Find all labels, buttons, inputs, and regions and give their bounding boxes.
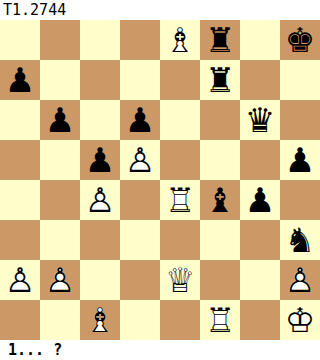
square-a3[interactable] — [0, 220, 40, 260]
square-d7[interactable] — [120, 60, 160, 100]
square-g7[interactable] — [240, 60, 280, 100]
square-g4[interactable]: ♟ — [240, 180, 280, 220]
square-g5[interactable] — [240, 140, 280, 180]
square-c7[interactable] — [80, 60, 120, 100]
square-h8[interactable]: ♚ — [280, 20, 320, 60]
square-f3[interactable] — [200, 220, 240, 260]
move-prompt: 1... ? — [8, 341, 62, 359]
black-pawn[interactable]: ♟ — [240, 180, 280, 220]
square-g1[interactable] — [240, 300, 280, 340]
square-a6[interactable] — [0, 100, 40, 140]
square-e2[interactable]: ♛♕ — [160, 260, 200, 300]
square-d8[interactable] — [120, 20, 160, 60]
square-f1[interactable]: ♜♖ — [200, 300, 240, 340]
square-g3[interactable] — [240, 220, 280, 260]
white-rook[interactable]: ♜♖ — [160, 180, 200, 220]
piece-outline: ♙ — [280, 260, 320, 300]
square-e8[interactable]: ♝♗ — [160, 20, 200, 60]
piece-outline: ♕ — [160, 260, 200, 300]
square-f5[interactable] — [200, 140, 240, 180]
white-pawn[interactable]: ♟♙ — [280, 260, 320, 300]
white-pawn[interactable]: ♟♙ — [80, 180, 120, 220]
chess-board: ♝♗♜♚♟♜♟♟♛♟♟♙♟♟♙♜♖♝♟♞♟♙♟♙♛♕♟♙♝♗♜♖♚♔ — [0, 20, 320, 340]
square-c5[interactable]: ♟ — [80, 140, 120, 180]
square-a4[interactable] — [0, 180, 40, 220]
square-a1[interactable] — [0, 300, 40, 340]
square-d4[interactable] — [120, 180, 160, 220]
square-h4[interactable] — [280, 180, 320, 220]
chess-app-window: T1.2744 ♝♗♜♚♟♜♟♟♛♟♟♙♟♟♙♜♖♝♟♞♟♙♟♙♛♕♟♙♝♗♜♖… — [0, 0, 320, 360]
square-b8[interactable] — [40, 20, 80, 60]
white-rook[interactable]: ♜♖ — [200, 300, 240, 340]
white-pawn[interactable]: ♟♙ — [0, 260, 40, 300]
square-c4[interactable]: ♟♙ — [80, 180, 120, 220]
square-d6[interactable]: ♟ — [120, 100, 160, 140]
square-c2[interactable] — [80, 260, 120, 300]
piece-outline: ♙ — [120, 140, 160, 180]
piece-outline: ♙ — [0, 260, 40, 300]
square-a8[interactable] — [0, 20, 40, 60]
square-a5[interactable] — [0, 140, 40, 180]
square-g8[interactable] — [240, 20, 280, 60]
black-pawn[interactable]: ♟ — [280, 140, 320, 180]
square-e3[interactable] — [160, 220, 200, 260]
black-rook[interactable]: ♜ — [200, 20, 240, 60]
square-h7[interactable] — [280, 60, 320, 100]
white-bishop[interactable]: ♝♗ — [80, 300, 120, 340]
square-h1[interactable]: ♚♔ — [280, 300, 320, 340]
move-prompt-bar: 1... ? — [0, 340, 320, 360]
square-g2[interactable] — [240, 260, 280, 300]
square-h2[interactable]: ♟♙ — [280, 260, 320, 300]
square-b1[interactable] — [40, 300, 80, 340]
black-pawn[interactable]: ♟ — [40, 100, 80, 140]
white-pawn[interactable]: ♟♙ — [40, 260, 80, 300]
black-knight[interactable]: ♞ — [280, 220, 320, 260]
square-f4[interactable]: ♝ — [200, 180, 240, 220]
black-rook[interactable]: ♜ — [200, 60, 240, 100]
square-h6[interactable] — [280, 100, 320, 140]
square-e7[interactable] — [160, 60, 200, 100]
square-e4[interactable]: ♜♖ — [160, 180, 200, 220]
piece-outline: ♙ — [80, 180, 120, 220]
black-pawn[interactable]: ♟ — [0, 60, 40, 100]
puzzle-id: T1.2744 — [3, 1, 66, 19]
piece-outline: ♙ — [40, 260, 80, 300]
square-d2[interactable] — [120, 260, 160, 300]
white-pawn[interactable]: ♟♙ — [120, 140, 160, 180]
piece-outline: ♖ — [160, 180, 200, 220]
piece-outline: ♗ — [160, 20, 200, 60]
square-g6[interactable]: ♛ — [240, 100, 280, 140]
piece-outline: ♗ — [80, 300, 120, 340]
white-bishop[interactable]: ♝♗ — [160, 20, 200, 60]
square-f2[interactable] — [200, 260, 240, 300]
square-a2[interactable]: ♟♙ — [0, 260, 40, 300]
square-b4[interactable] — [40, 180, 80, 220]
black-pawn[interactable]: ♟ — [120, 100, 160, 140]
square-b5[interactable] — [40, 140, 80, 180]
square-f6[interactable] — [200, 100, 240, 140]
square-d3[interactable] — [120, 220, 160, 260]
white-queen[interactable]: ♛♕ — [160, 260, 200, 300]
square-b3[interactable] — [40, 220, 80, 260]
black-bishop[interactable]: ♝ — [200, 180, 240, 220]
square-f8[interactable]: ♜ — [200, 20, 240, 60]
square-d1[interactable] — [120, 300, 160, 340]
square-c3[interactable] — [80, 220, 120, 260]
square-c6[interactable] — [80, 100, 120, 140]
piece-outline: ♔ — [280, 300, 320, 340]
square-h3[interactable]: ♞ — [280, 220, 320, 260]
piece-outline: ♖ — [200, 300, 240, 340]
square-b7[interactable] — [40, 60, 80, 100]
square-e5[interactable] — [160, 140, 200, 180]
puzzle-title-bar: T1.2744 — [0, 0, 320, 20]
square-h5[interactable]: ♟ — [280, 140, 320, 180]
square-c8[interactable] — [80, 20, 120, 60]
square-b6[interactable]: ♟ — [40, 100, 80, 140]
black-king[interactable]: ♚ — [280, 20, 320, 60]
square-d5[interactable]: ♟♙ — [120, 140, 160, 180]
white-king[interactable]: ♚♔ — [280, 300, 320, 340]
square-b2[interactable]: ♟♙ — [40, 260, 80, 300]
black-queen[interactable]: ♛ — [240, 100, 280, 140]
black-pawn[interactable]: ♟ — [80, 140, 120, 180]
square-e1[interactable] — [160, 300, 200, 340]
square-e6[interactable] — [160, 100, 200, 140]
square-f7[interactable]: ♜ — [200, 60, 240, 100]
square-a7[interactable]: ♟ — [0, 60, 40, 100]
square-c1[interactable]: ♝♗ — [80, 300, 120, 340]
